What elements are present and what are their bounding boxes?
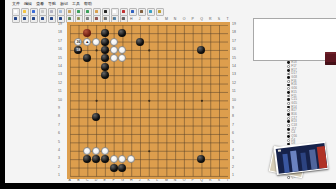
- coord-top-K: K: [148, 18, 150, 22]
- stone-E4: [101, 147, 109, 155]
- coord-left-19: 19: [58, 23, 62, 27]
- letterbox-bottom-bar: [0, 183, 336, 189]
- paste-icon-glyph: [68, 10, 71, 13]
- coord-left-1: 1: [58, 174, 60, 178]
- maroon-overlay-thumbnail: [325, 52, 336, 65]
- coord-top-S: S: [218, 18, 220, 22]
- coord-left-12: 12: [58, 82, 62, 86]
- coord-left-7: 7: [58, 124, 60, 128]
- coord-right-19: 19: [232, 23, 236, 27]
- coord-top-P: P: [191, 18, 193, 22]
- comment-box[interactable]: [253, 18, 336, 61]
- stone-E18: [101, 29, 109, 37]
- white-stone-icon: [287, 176, 290, 179]
- first-move-icon[interactable]: [12, 15, 20, 23]
- coord-bottom-O: O: [183, 179, 186, 183]
- coord-top-R: R: [209, 18, 212, 22]
- menu-bar: 文件编辑查看导航标记工具帮助: [12, 0, 92, 7]
- coord-bottom-B: B: [77, 179, 79, 183]
- coord-right-11: 11: [232, 90, 236, 94]
- coord-right-17: 17: [232, 40, 236, 44]
- coord-top-O: O: [183, 18, 186, 22]
- coord-right-15: 15: [232, 57, 236, 61]
- help-icon-glyph: [158, 10, 161, 13]
- coord-bottom-N: N: [174, 179, 177, 183]
- photo-figure: [290, 150, 299, 172]
- board-icon-glyph: [95, 10, 98, 13]
- coord-left-14: 14: [58, 65, 62, 69]
- forward-icon[interactable]: [39, 15, 47, 23]
- photo-figure: [282, 153, 289, 172]
- stone-E13: [101, 71, 109, 79]
- coord-left-5: 5: [58, 141, 60, 145]
- go-board[interactable]: 5836▲: [67, 22, 230, 179]
- print-icon-glyph: [41, 10, 44, 13]
- stone-E16: [101, 46, 109, 54]
- coord-bottom-F: F: [112, 179, 114, 183]
- coord-bottom-L: L: [156, 179, 158, 183]
- coord-right-3: 3: [232, 157, 234, 161]
- multigo-app-window: 文件编辑查看导航标记工具帮助 AABBCCDDEEFFGGHHJJKKLLMMN…: [5, 0, 336, 183]
- first-move-icon-glyph: [14, 17, 17, 20]
- help-icon[interactable]: [156, 8, 164, 16]
- coord-bottom-R: R: [209, 179, 212, 183]
- coord-top-B: B: [77, 18, 79, 22]
- number-mark-icon-glyph: [140, 10, 143, 13]
- stone-F15: [110, 54, 118, 62]
- menu-item-0[interactable]: 文件: [12, 0, 20, 7]
- coord-left-4: 4: [58, 149, 60, 153]
- coord-top-D: D: [95, 18, 98, 22]
- menu-item-3[interactable]: 导航: [48, 0, 56, 7]
- stone-C17: ▲: [83, 38, 91, 46]
- coord-left-10: 10: [58, 99, 62, 103]
- coord-top-Q: Q: [200, 18, 203, 22]
- coord-bottom-A: A: [69, 179, 71, 183]
- coord-left-2: 2: [58, 166, 60, 170]
- coord-bottom-K: K: [148, 179, 150, 183]
- black-stone-icon-glyph: [104, 10, 107, 13]
- coord-bottom-G: G: [121, 179, 124, 183]
- coord-bottom-Q: Q: [200, 179, 203, 183]
- coord-top-M: M: [165, 18, 168, 22]
- open-folder-icon-glyph: [23, 10, 26, 13]
- back-icon[interactable]: [30, 15, 38, 23]
- coord-top-C: C: [86, 18, 89, 22]
- menu-item-5[interactable]: 工具: [72, 0, 80, 7]
- coord-left-6: 6: [58, 132, 60, 136]
- coord-right-7: 7: [232, 124, 234, 128]
- coord-left-17: 17: [58, 40, 62, 44]
- coord-bottom-P: P: [191, 179, 193, 183]
- forward-10-icon-glyph: [50, 17, 53, 20]
- white-stone-icon-glyph: [113, 10, 116, 13]
- stone-F17: [110, 38, 118, 46]
- coord-right-16: 16: [232, 48, 236, 52]
- info-icon[interactable]: [147, 8, 155, 16]
- coord-top-F: F: [112, 18, 114, 22]
- stone-E17: [101, 38, 109, 46]
- stone-J17: [136, 38, 144, 46]
- coord-right-5: 5: [232, 141, 234, 145]
- stone-D17: [92, 38, 100, 46]
- coord-left-15: 15: [58, 57, 62, 61]
- menu-item-4[interactable]: 标记: [60, 0, 68, 7]
- menu-item-6[interactable]: 帮助: [84, 0, 92, 7]
- undo-icon-glyph: [77, 10, 80, 13]
- coord-bottom-S: S: [218, 179, 220, 183]
- coord-left-18: 18: [58, 31, 62, 35]
- stone-D4: [92, 147, 100, 155]
- coord-top-J: J: [139, 18, 141, 22]
- stone-F3: [110, 155, 118, 163]
- coord-right-9: 9: [232, 107, 234, 111]
- coord-top-G: G: [121, 18, 124, 22]
- stone-C4: [83, 147, 91, 155]
- stone-E14: [101, 63, 109, 71]
- coord-bottom-M: M: [165, 179, 168, 183]
- coord-top-L: L: [156, 18, 158, 22]
- photo-red-patch: [316, 146, 327, 169]
- stone-F2: [110, 164, 118, 172]
- coord-right-4: 4: [232, 149, 234, 153]
- coord-top-E: E: [104, 18, 106, 22]
- coord-bottom-T: T: [227, 179, 229, 183]
- new-file-icon-glyph: [14, 10, 17, 13]
- coord-right-14: 14: [232, 65, 236, 69]
- menu-item-2[interactable]: 查看: [36, 0, 44, 7]
- coord-top-N: N: [174, 18, 177, 22]
- coord-top-A: A: [69, 18, 71, 22]
- coord-top-H: H: [130, 18, 133, 22]
- redo-icon-glyph: [86, 10, 89, 13]
- photo-figure: [300, 152, 307, 170]
- video-frame: 文件编辑查看导航标记工具帮助 AABBCCDDEEFFGGHHJJKKLLMMN…: [0, 0, 336, 189]
- coord-right-12: 12: [232, 82, 236, 86]
- coord-left-9: 9: [58, 107, 60, 111]
- photo-highlight: [277, 149, 280, 151]
- coord-right-13: 13: [232, 73, 236, 77]
- cut-icon-glyph: [50, 10, 53, 13]
- square-mark-icon[interactable]: [129, 8, 137, 16]
- photo-content: [275, 143, 327, 174]
- back-10-icon[interactable]: [21, 15, 29, 23]
- back-10-icon-glyph: [23, 17, 26, 20]
- photo-figure: [309, 149, 317, 170]
- coord-bottom-E: E: [104, 179, 106, 183]
- coord-bottom-C: C: [86, 179, 89, 183]
- coord-left-11: 11: [58, 90, 62, 94]
- forward-icon-glyph: [41, 17, 44, 20]
- stone-E3: [101, 155, 109, 163]
- stone-F16: [110, 46, 118, 54]
- stone-G2: [118, 164, 126, 172]
- coord-right-6: 6: [232, 132, 234, 136]
- save-icon-glyph: [32, 10, 35, 13]
- coord-left-3: 3: [58, 157, 60, 161]
- coord-left-16: 16: [58, 48, 62, 52]
- coord-right-2: 2: [232, 166, 234, 170]
- coord-right-1: 1: [232, 174, 234, 178]
- coord-top-T: T: [227, 18, 229, 22]
- coord-right-18: 18: [232, 31, 236, 35]
- copy-icon-glyph: [59, 10, 62, 13]
- coord-left-13: 13: [58, 73, 62, 77]
- letter-mark-icon-glyph: [122, 10, 125, 13]
- back-icon-glyph: [32, 17, 35, 20]
- coord-right-8: 8: [232, 115, 234, 119]
- square-mark-icon-glyph: [131, 10, 134, 13]
- coord-right-10: 10: [232, 99, 236, 103]
- menu-item-1[interactable]: 编辑: [24, 0, 32, 7]
- coord-bottom-H: H: [130, 179, 133, 183]
- coord-bottom-D: D: [95, 179, 98, 183]
- coord-bottom-J: J: [139, 179, 141, 183]
- info-icon-glyph: [149, 10, 152, 13]
- letterbox-left-bar: [0, 0, 5, 189]
- number-mark-icon[interactable]: [138, 8, 146, 16]
- coord-left-8: 8: [58, 115, 60, 119]
- last-move-icon-glyph: [59, 17, 62, 20]
- forward-10-icon[interactable]: [48, 15, 56, 23]
